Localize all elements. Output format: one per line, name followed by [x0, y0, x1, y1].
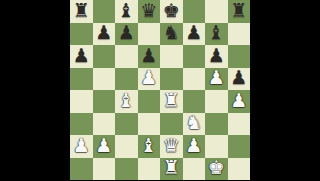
square-f7[interactable]: ♟ — [183, 23, 206, 46]
white-knight-f3-icon[interactable]: ♞ — [185, 113, 202, 132]
square-h4[interactable]: ♟ — [228, 90, 251, 113]
white-queen-e2-icon[interactable]: ♛ — [163, 136, 180, 155]
square-a7[interactable] — [70, 23, 93, 46]
square-h6[interactable] — [228, 45, 251, 68]
black-pawn-f7-icon[interactable]: ♟ — [185, 23, 202, 42]
square-b3[interactable] — [93, 113, 116, 136]
square-b8[interactable] — [93, 0, 116, 23]
square-a2[interactable]: ♟ — [70, 135, 93, 158]
square-b2[interactable]: ♟ — [93, 135, 116, 158]
square-e7[interactable]: ♞ — [160, 23, 183, 46]
square-h7[interactable] — [228, 23, 251, 46]
square-d2[interactable]: ♝ — [138, 135, 161, 158]
white-pawn-d5-icon[interactable]: ♟ — [140, 68, 157, 87]
white-bishop-c4-icon[interactable]: ♝ — [118, 91, 135, 110]
black-pawn-d6-icon[interactable]: ♟ — [140, 46, 157, 65]
square-c5[interactable] — [115, 68, 138, 91]
square-h1[interactable] — [228, 158, 251, 181]
black-pawn-c7-icon[interactable]: ♟ — [118, 23, 135, 42]
square-a1[interactable] — [70, 158, 93, 181]
black-pawn-b7-icon[interactable]: ♟ — [95, 23, 112, 42]
square-f2[interactable]: ♟ — [183, 135, 206, 158]
square-d4[interactable] — [138, 90, 161, 113]
square-d6[interactable]: ♟ — [138, 45, 161, 68]
square-h8[interactable]: ♜ — [228, 0, 251, 23]
square-f3[interactable]: ♞ — [183, 113, 206, 136]
square-e8[interactable]: ♚ — [160, 0, 183, 23]
square-g7[interactable]: ♝ — [205, 23, 228, 46]
black-bishop-c8-icon[interactable]: ♝ — [118, 1, 135, 20]
square-c8[interactable]: ♝ — [115, 0, 138, 23]
square-g6[interactable]: ♟ — [205, 45, 228, 68]
square-f5[interactable] — [183, 68, 206, 91]
square-a6[interactable]: ♟ — [70, 45, 93, 68]
square-h5[interactable]: ♟ — [228, 68, 251, 91]
square-e4[interactable]: ♜ — [160, 90, 183, 113]
white-pawn-f2-icon[interactable]: ♟ — [185, 136, 202, 155]
black-pawn-h5-icon[interactable]: ♟ — [230, 68, 247, 87]
square-b1[interactable] — [93, 158, 116, 181]
square-a4[interactable] — [70, 90, 93, 113]
white-pawn-b2-icon[interactable]: ♟ — [95, 136, 112, 155]
white-pawn-a2-icon[interactable]: ♟ — [73, 136, 90, 155]
white-rook-e4-icon[interactable]: ♜ — [163, 91, 180, 110]
square-g3[interactable] — [205, 113, 228, 136]
black-rook-a8-icon[interactable]: ♜ — [73, 1, 90, 20]
square-f8[interactable] — [183, 0, 206, 23]
square-e2[interactable]: ♛ — [160, 135, 183, 158]
square-c1[interactable] — [115, 158, 138, 181]
square-e1[interactable]: ♜ — [160, 158, 183, 181]
black-knight-e7-icon[interactable]: ♞ — [163, 23, 180, 42]
black-king-e8-icon[interactable]: ♚ — [163, 1, 180, 20]
square-b6[interactable] — [93, 45, 116, 68]
black-pawn-a6-icon[interactable]: ♟ — [73, 46, 90, 65]
square-f4[interactable] — [183, 90, 206, 113]
square-b7[interactable]: ♟ — [93, 23, 116, 46]
letterbox-left — [0, 0, 70, 180]
square-d1[interactable] — [138, 158, 161, 181]
square-c7[interactable]: ♟ — [115, 23, 138, 46]
square-f1[interactable] — [183, 158, 206, 181]
square-e5[interactable] — [160, 68, 183, 91]
square-e3[interactable] — [160, 113, 183, 136]
square-c3[interactable] — [115, 113, 138, 136]
black-bishop-g7-icon[interactable]: ♝ — [208, 23, 225, 42]
square-g1[interactable]: ♚ — [205, 158, 228, 181]
square-g4[interactable] — [205, 90, 228, 113]
square-g8[interactable] — [205, 0, 228, 23]
square-a8[interactable]: ♜ — [70, 0, 93, 23]
square-c6[interactable] — [115, 45, 138, 68]
square-a5[interactable] — [70, 68, 93, 91]
square-h2[interactable] — [228, 135, 251, 158]
square-c4[interactable]: ♝ — [115, 90, 138, 113]
white-rook-e1-icon[interactable]: ♜ — [163, 158, 180, 177]
square-h3[interactable] — [228, 113, 251, 136]
black-rook-h8-icon[interactable]: ♜ — [230, 1, 247, 20]
white-king-g1-icon[interactable]: ♚ — [208, 158, 225, 177]
square-d5[interactable]: ♟ — [138, 68, 161, 91]
white-pawn-g5-icon[interactable]: ♟ — [208, 68, 225, 87]
chess-board[interactable]: ♜♝♛♚♜♟♟♞♟♝♟♟♟♟♟♟♝♜♟♞♟♟♝♛♟♜♚ — [70, 0, 250, 180]
square-d3[interactable] — [138, 113, 161, 136]
square-f6[interactable] — [183, 45, 206, 68]
square-b5[interactable] — [93, 68, 116, 91]
screenshot-stage: ♜♝♛♚♜♟♟♞♟♝♟♟♟♟♟♟♝♜♟♞♟♟♝♛♟♜♚ — [0, 0, 320, 180]
letterbox-right — [250, 0, 320, 180]
square-d7[interactable] — [138, 23, 161, 46]
black-pawn-g6-icon[interactable]: ♟ — [208, 46, 225, 65]
black-queen-d8-icon[interactable]: ♛ — [140, 1, 157, 20]
square-a3[interactable] — [70, 113, 93, 136]
white-bishop-d2-icon[interactable]: ♝ — [140, 136, 157, 155]
square-e6[interactable] — [160, 45, 183, 68]
square-g2[interactable] — [205, 135, 228, 158]
white-pawn-h4-icon[interactable]: ♟ — [230, 91, 247, 110]
square-g5[interactable]: ♟ — [205, 68, 228, 91]
square-d8[interactable]: ♛ — [138, 0, 161, 23]
square-b4[interactable] — [93, 90, 116, 113]
square-c2[interactable] — [115, 135, 138, 158]
